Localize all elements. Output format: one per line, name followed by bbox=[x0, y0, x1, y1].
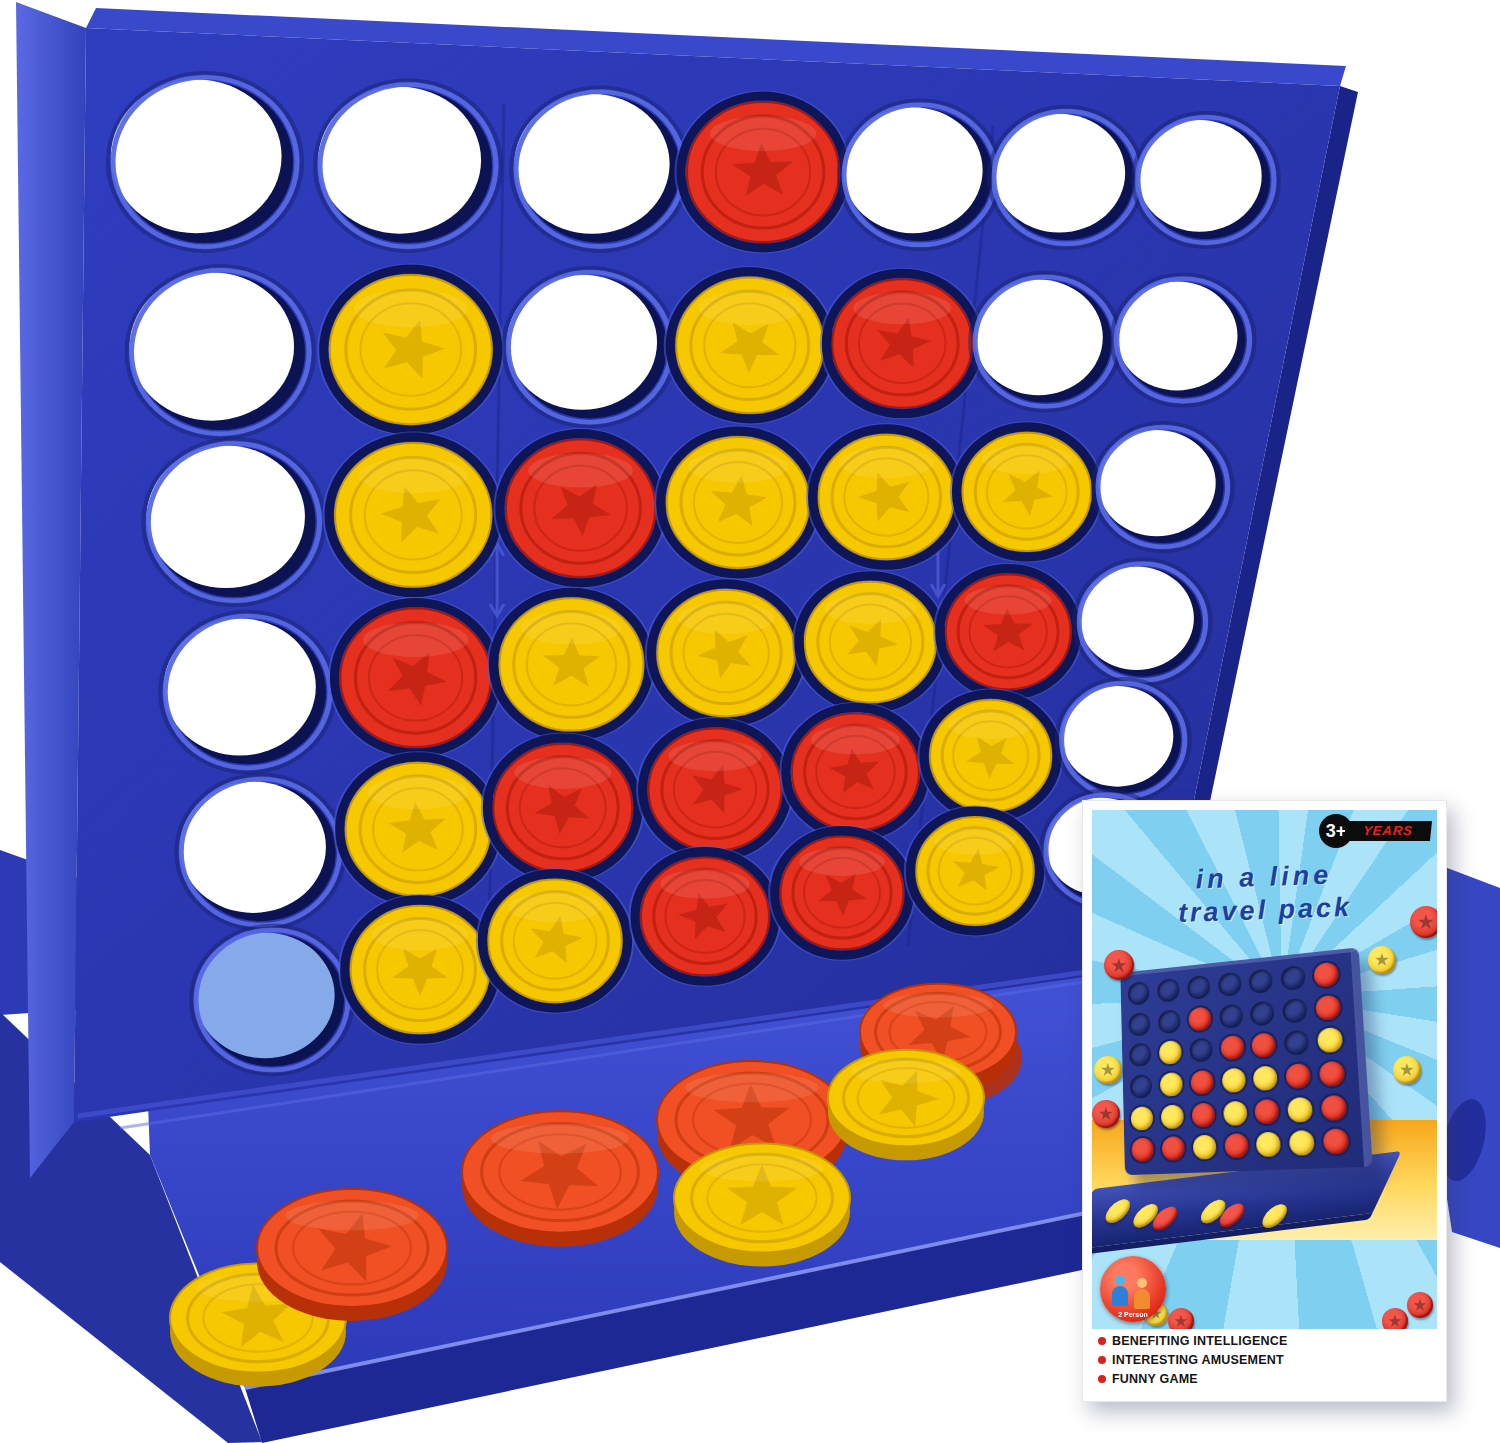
empty-hole-r5c7 bbox=[1057, 679, 1190, 801]
bullet-text: INTERESTING AMUSEMENT bbox=[1112, 1353, 1284, 1367]
mini-cell-r1c4 bbox=[1218, 972, 1242, 997]
disc-yellow-r4c5 bbox=[794, 572, 947, 713]
mini-cell-r2c7 bbox=[1315, 994, 1341, 1020]
mini-cell-r4c6 bbox=[1286, 1063, 1312, 1089]
mini-cell-r2c1 bbox=[1128, 1012, 1150, 1037]
empty-hole-r2c7 bbox=[1112, 275, 1255, 406]
empty-hole-r3c1 bbox=[143, 439, 324, 605]
empty-hole-r1c2 bbox=[315, 80, 501, 251]
empty-hole-r1c7 bbox=[1133, 113, 1279, 247]
mini-cell-r3c4 bbox=[1220, 1035, 1244, 1060]
tray-disc-top bbox=[674, 1143, 850, 1252]
mini-cell-r3c3 bbox=[1189, 1038, 1212, 1063]
players-badge-label: 2 Person bbox=[1100, 1311, 1166, 1318]
bullet-text: FUNNY GAME bbox=[1112, 1372, 1198, 1386]
box-chip-red: ★ bbox=[1407, 1292, 1433, 1318]
disc-yellow-r6c3 bbox=[477, 869, 632, 1012]
mini-cell-r1c6 bbox=[1281, 965, 1306, 991]
disc-red-r2c5 bbox=[821, 269, 983, 418]
empty-hole-r2c3 bbox=[503, 268, 676, 426]
box-chip-red: ★ bbox=[1168, 1308, 1194, 1330]
disc-red-r4c6 bbox=[935, 564, 1082, 699]
disc-red-r4c2 bbox=[329, 599, 501, 757]
mini-cell-r1c5 bbox=[1249, 968, 1273, 994]
mini-cell-r4c1 bbox=[1130, 1074, 1152, 1099]
box-bullet-item: FUNNY GAME bbox=[1098, 1369, 1437, 1388]
bullet-text: BENEFITING INTELLIGENCE bbox=[1112, 1334, 1287, 1348]
empty-hole-r2c1 bbox=[126, 266, 314, 438]
disc-yellow-r2c2 bbox=[319, 265, 503, 434]
mini-cell-r3c1 bbox=[1129, 1043, 1151, 1068]
box-bullet-item: INTERESTING AMUSEMENT bbox=[1098, 1350, 1437, 1369]
mini-cell-r1c1 bbox=[1128, 981, 1150, 1006]
mini-cell-r4c5 bbox=[1253, 1065, 1278, 1091]
product-box-inset: 3+ YEARS in a line travel pack ★★★★★★★★★… bbox=[1082, 800, 1447, 1402]
disc-yellow-r2c4 bbox=[665, 268, 834, 423]
mini-cell-r4c4 bbox=[1221, 1068, 1245, 1093]
mini-cell-r3c5 bbox=[1252, 1033, 1277, 1059]
mini-cell-r4c3 bbox=[1190, 1070, 1214, 1095]
box-illustration bbox=[1092, 940, 1437, 1240]
mini-cell-r5c7 bbox=[1321, 1094, 1347, 1120]
mini-board bbox=[1120, 947, 1372, 1175]
empty-hole-r1c6 bbox=[989, 107, 1143, 248]
mini-cell-r5c1 bbox=[1131, 1106, 1154, 1131]
empty-hole-r2c6 bbox=[970, 273, 1120, 411]
disc-yellow-r3c5 bbox=[808, 425, 965, 570]
disc-yellow-r3c4 bbox=[656, 427, 820, 578]
mini-cell-r5c3 bbox=[1191, 1102, 1215, 1127]
empty-hole-r4c1 bbox=[160, 612, 335, 772]
mini-cell-r2c4 bbox=[1219, 1003, 1243, 1028]
mini-cell-r6c5 bbox=[1256, 1132, 1281, 1158]
bullet-dot-icon bbox=[1098, 1375, 1106, 1383]
bullet-dot-icon bbox=[1098, 1337, 1106, 1345]
disc-yellow-r4c4 bbox=[646, 580, 806, 727]
tray-disc-red-2 bbox=[257, 1189, 447, 1321]
mini-cell-r1c3 bbox=[1187, 975, 1210, 1000]
empty-hole-r1c1 bbox=[108, 73, 302, 251]
box-chip-red: ★ bbox=[1382, 1308, 1408, 1330]
tray-disc-yellow-7 bbox=[828, 1050, 984, 1161]
empty-hole-r5c1 bbox=[176, 775, 344, 929]
mini-cell-r5c5 bbox=[1255, 1098, 1280, 1124]
tray-disc-yellow-5 bbox=[674, 1143, 850, 1266]
mini-cell-r6c2 bbox=[1162, 1136, 1185, 1161]
mini-cell-r4c7 bbox=[1319, 1061, 1345, 1087]
mini-cell-r2c3 bbox=[1188, 1006, 1211, 1031]
disc-red-r5c3 bbox=[482, 734, 643, 882]
product-photo: 3+ YEARS in a line travel pack ★★★★★★★★★… bbox=[0, 0, 1500, 1443]
mini-cell-r6c7 bbox=[1323, 1129, 1350, 1155]
box-bullet-item: BENEFITING INTELLIGENCE bbox=[1098, 1331, 1437, 1350]
disc-yellow-r3c2 bbox=[324, 433, 502, 597]
mini-cell-r6c4 bbox=[1224, 1133, 1249, 1158]
mini-cell-r2c2 bbox=[1158, 1009, 1181, 1034]
empty-hole-r6c1 bbox=[191, 926, 353, 1074]
mini-cell-r3c6 bbox=[1284, 1030, 1309, 1056]
tray-disc-top bbox=[462, 1111, 658, 1233]
tray-disc-red-3 bbox=[462, 1111, 658, 1247]
person-icon bbox=[1134, 1278, 1150, 1309]
mini-cell-r4c2 bbox=[1160, 1072, 1183, 1097]
mini-cell-r5c2 bbox=[1161, 1104, 1184, 1129]
mini-cell-r5c4 bbox=[1223, 1100, 1247, 1125]
mini-cell-r1c2 bbox=[1157, 978, 1180, 1003]
mini-cell-r5c6 bbox=[1287, 1096, 1313, 1122]
mini-cell-r6c6 bbox=[1289, 1130, 1315, 1156]
person-icon bbox=[1112, 1275, 1128, 1306]
age-years-label: YEARS bbox=[1344, 821, 1432, 841]
disc-yellow-r5c6 bbox=[919, 690, 1062, 821]
box-bullet-list: BENEFITING INTELLIGENCEINTERESTING AMUSE… bbox=[1092, 1329, 1437, 1391]
tray-disc-top bbox=[828, 1050, 984, 1147]
box-chip-yellow bbox=[1101, 1198, 1134, 1224]
mini-cell-r2c6 bbox=[1282, 997, 1307, 1023]
bullet-dot-icon bbox=[1098, 1356, 1106, 1364]
disc-red-r6c5 bbox=[770, 826, 915, 959]
disc-red-r1c4 bbox=[676, 92, 850, 252]
players-badge: 2 Person bbox=[1100, 1256, 1166, 1322]
disc-red-r5c5 bbox=[781, 704, 930, 841]
disc-red-r3c3 bbox=[495, 429, 666, 586]
tray-disc-top bbox=[257, 1189, 447, 1307]
mini-cell-r2c5 bbox=[1250, 1000, 1275, 1026]
disc-yellow-r4c3 bbox=[488, 588, 654, 740]
disc-yellow-r6c6 bbox=[905, 807, 1044, 935]
mini-cell-r6c1 bbox=[1131, 1138, 1154, 1163]
empty-hole-r4c7 bbox=[1074, 560, 1210, 685]
empty-hole-r1c3 bbox=[511, 88, 689, 251]
disc-red-r5c4 bbox=[638, 718, 793, 860]
mini-cell-r3c7 bbox=[1317, 1027, 1343, 1053]
mini-cell-r6c3 bbox=[1192, 1135, 1216, 1160]
disc-yellow-r3c6 bbox=[951, 423, 1102, 561]
disc-red-r6c4 bbox=[630, 848, 780, 986]
empty-hole-r3c7 bbox=[1093, 423, 1233, 551]
disc-yellow-r5c2 bbox=[335, 753, 502, 906]
box-title: in a line travel pack bbox=[1092, 856, 1437, 932]
box-art: 3+ YEARS in a line travel pack ★★★★★★★★★… bbox=[1092, 810, 1437, 1330]
disc-yellow-r6c2 bbox=[340, 896, 501, 1044]
empty-hole-r1c5 bbox=[839, 101, 1001, 249]
mini-cell-r1c7 bbox=[1314, 962, 1340, 988]
mini-cell-r3c2 bbox=[1159, 1040, 1182, 1065]
